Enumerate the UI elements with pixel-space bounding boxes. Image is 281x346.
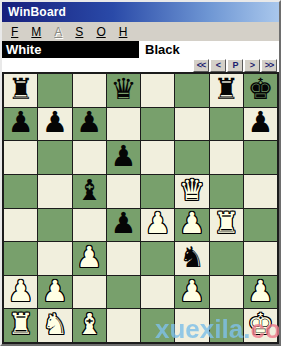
white-player-label: White: [2, 41, 139, 58]
menu-action: A: [49, 25, 70, 39]
nav-pause-button[interactable]: P: [227, 59, 243, 72]
square-c6[interactable]: [73, 141, 106, 174]
piece-black-pawn: ♟: [110, 209, 136, 238]
square-e8[interactable]: [141, 74, 174, 107]
piece-white-pawn: ♟: [76, 243, 102, 272]
winboard-window: WinBoard F M A S O H White Black << < P …: [0, 0, 281, 346]
square-f2[interactable]: ♟: [175, 276, 208, 309]
square-b6[interactable]: [38, 141, 71, 174]
piece-white-rook: ♜: [8, 310, 34, 339]
nav-button-row: << < P > >>: [2, 58, 279, 72]
chess-board: ♜♛♜♚♟♟♟♟♟♝♛♟♟♟♜♟♞♟♟♟♟♜♞♝♚: [2, 72, 279, 344]
square-b2[interactable]: ♟: [38, 276, 71, 309]
menu-bar: F M A S O H: [2, 22, 279, 41]
square-a1[interactable]: ♜: [4, 309, 37, 342]
piece-white-queen: ♛: [179, 176, 205, 205]
nav-rewind-button[interactable]: <<: [193, 59, 209, 72]
square-a2[interactable]: ♟: [4, 276, 37, 309]
square-h3[interactable]: [244, 242, 277, 275]
piece-black-king: ♚: [247, 75, 273, 104]
square-c3[interactable]: ♟: [73, 242, 106, 275]
piece-black-pawn: ♟: [247, 108, 273, 137]
square-f5[interactable]: ♛: [175, 175, 208, 208]
piece-black-pawn: ♟: [76, 108, 102, 137]
square-f8[interactable]: [175, 74, 208, 107]
square-d5[interactable]: [107, 175, 140, 208]
square-b7[interactable]: ♟: [38, 108, 71, 141]
square-d1[interactable]: [107, 309, 140, 342]
piece-white-rook: ♜: [213, 209, 239, 238]
square-h1[interactable]: ♚: [244, 309, 277, 342]
square-e2[interactable]: [141, 276, 174, 309]
square-d4[interactable]: ♟: [107, 209, 140, 242]
square-h8[interactable]: ♚: [244, 74, 277, 107]
square-e1[interactable]: [141, 309, 174, 342]
square-g1[interactable]: [210, 309, 243, 342]
piece-white-pawn: ♟: [42, 277, 68, 306]
piece-white-pawn: ♟: [8, 277, 34, 306]
square-g3[interactable]: [210, 242, 243, 275]
square-g5[interactable]: [210, 175, 243, 208]
square-b4[interactable]: [38, 209, 71, 242]
square-g7[interactable]: [210, 108, 243, 141]
piece-white-pawn: ♟: [247, 277, 273, 306]
piece-black-pawn: ♟: [110, 142, 136, 171]
piece-white-knight: ♞: [42, 310, 68, 339]
menu-help[interactable]: H: [114, 25, 136, 39]
square-g6[interactable]: [210, 141, 243, 174]
square-b5[interactable]: [38, 175, 71, 208]
player-name-bar: White Black: [2, 41, 279, 58]
square-g8[interactable]: ♜: [210, 74, 243, 107]
piece-white-pawn: ♟: [145, 209, 171, 238]
piece-black-rook: ♜: [213, 75, 239, 104]
square-h7[interactable]: ♟: [244, 108, 277, 141]
square-e5[interactable]: [141, 175, 174, 208]
piece-black-knight: ♞: [179, 243, 205, 272]
square-d8[interactable]: ♛: [107, 74, 140, 107]
black-player-label: Black: [139, 41, 279, 58]
piece-white-pawn: ♟: [179, 277, 205, 306]
square-d3[interactable]: [107, 242, 140, 275]
nav-fast-forward-button[interactable]: >>: [261, 59, 277, 72]
square-c7[interactable]: ♟: [73, 108, 106, 141]
square-h6[interactable]: [244, 141, 277, 174]
square-d7[interactable]: [107, 108, 140, 141]
title-bar[interactable]: WinBoard: [2, 2, 279, 22]
window-title: WinBoard: [8, 5, 66, 19]
square-a6[interactable]: [4, 141, 37, 174]
square-f1[interactable]: [175, 309, 208, 342]
nav-forward-button[interactable]: >: [244, 59, 260, 72]
square-b8[interactable]: [38, 74, 71, 107]
square-h2[interactable]: ♟: [244, 276, 277, 309]
square-e4[interactable]: ♟: [141, 209, 174, 242]
square-f4[interactable]: ♟: [175, 209, 208, 242]
square-e6[interactable]: [141, 141, 174, 174]
square-c2[interactable]: [73, 276, 106, 309]
square-h4[interactable]: [244, 209, 277, 242]
piece-black-pawn: ♟: [8, 108, 34, 137]
square-a8[interactable]: ♜: [4, 74, 37, 107]
menu-file[interactable]: F: [6, 25, 26, 39]
piece-white-pawn: ♟: [179, 209, 205, 238]
square-e3[interactable]: [141, 242, 174, 275]
square-g4[interactable]: ♜: [210, 209, 243, 242]
square-e7[interactable]: [141, 108, 174, 141]
piece-white-bishop: ♝: [76, 310, 102, 339]
piece-black-queen: ♛: [110, 75, 136, 104]
square-b3[interactable]: [38, 242, 71, 275]
piece-white-king: ♚: [247, 310, 273, 339]
square-c1[interactable]: ♝: [73, 309, 106, 342]
square-c4[interactable]: [73, 209, 106, 242]
square-a4[interactable]: [4, 209, 37, 242]
square-c8[interactable]: [73, 74, 106, 107]
piece-black-pawn: ♟: [42, 108, 68, 137]
menu-step[interactable]: S: [70, 25, 91, 39]
square-h5[interactable]: [244, 175, 277, 208]
square-f7[interactable]: [175, 108, 208, 141]
piece-black-bishop: ♝: [76, 176, 102, 205]
piece-black-rook: ♜: [8, 75, 34, 104]
square-a5[interactable]: [4, 175, 37, 208]
square-a3[interactable]: [4, 242, 37, 275]
menu-options[interactable]: O: [91, 25, 113, 39]
square-g2[interactable]: [210, 276, 243, 309]
square-a7[interactable]: ♟: [4, 108, 37, 141]
square-d2[interactable]: [107, 276, 140, 309]
square-f6[interactable]: [175, 141, 208, 174]
nav-back-button[interactable]: <: [210, 59, 226, 72]
square-b1[interactable]: ♞: [38, 309, 71, 342]
square-c5[interactable]: ♝: [73, 175, 106, 208]
menu-mode[interactable]: M: [26, 25, 49, 39]
square-d6[interactable]: ♟: [107, 141, 140, 174]
square-f3[interactable]: ♞: [175, 242, 208, 275]
